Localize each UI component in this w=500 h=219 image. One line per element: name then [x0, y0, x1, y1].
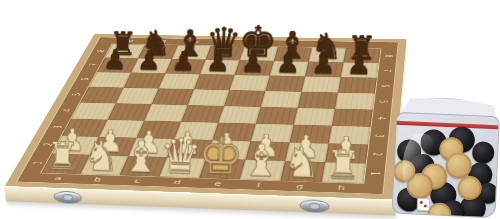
coordinate-label: a [112, 38, 148, 45]
square-e6[interactable] [229, 75, 269, 91]
coordinate-label: 7 [368, 67, 405, 75]
square-b1[interactable]: ♞ [80, 155, 128, 175]
white-knight[interactable]: ♞ [73, 139, 131, 175]
square-e4[interactable] [218, 106, 260, 124]
coordinate-label: 8 [370, 52, 406, 60]
square-h4[interactable] [332, 109, 373, 127]
white-knight[interactable]: ♞ [272, 145, 332, 181]
square-f6[interactable] [265, 76, 305, 92]
metal-clasp-left [53, 191, 82, 204]
coordinate-label: 6 [366, 82, 403, 90]
chess-board: abcdefgh abcdefgh 87654321 87654321 ♜♞♝♛… [5, 34, 407, 199]
square-d1[interactable]: ♛ [159, 157, 206, 178]
square-b6[interactable] [124, 73, 166, 89]
white-die [417, 198, 431, 212]
coordinate-label: 8 [82, 47, 119, 54]
square-f4[interactable] [256, 107, 298, 125]
checkers-bag [391, 96, 500, 218]
square-g1[interactable]: ♞ [281, 161, 326, 182]
metal-clasp-right [300, 199, 330, 213]
square-b4[interactable] [108, 103, 152, 120]
board-perspective-wrapper: abcdefgh abcdefgh 87654321 87654321 ♜♞♝♛… [40, 0, 408, 219]
bag-body [391, 112, 499, 218]
coordinate-label: 4 [47, 106, 87, 115]
bag-zip-seal [396, 121, 498, 129]
product-photo-chess-set: abcdefgh abcdefgh 87654321 87654321 ♜♞♝♛… [0, 0, 500, 219]
coordinate-label: 7 [74, 61, 111, 69]
white-queen[interactable]: ♛ [151, 136, 210, 177]
coordinate-label: e [244, 40, 280, 47]
coordinate-label: f [278, 40, 313, 47]
square-e5[interactable] [224, 90, 265, 107]
coordinate-label: h [346, 42, 381, 49]
square-d6[interactable] [194, 74, 235, 90]
coordinate-label: d [211, 39, 247, 46]
black-checker-disc [472, 141, 495, 164]
coordinate-label: g [312, 41, 347, 48]
coordinate-label: 6 [65, 75, 103, 83]
coordinate-label: c [178, 39, 214, 46]
square-g6[interactable] [301, 76, 340, 92]
coordinate-label: 5 [56, 90, 95, 98]
coordinate-label: b [145, 38, 181, 45]
